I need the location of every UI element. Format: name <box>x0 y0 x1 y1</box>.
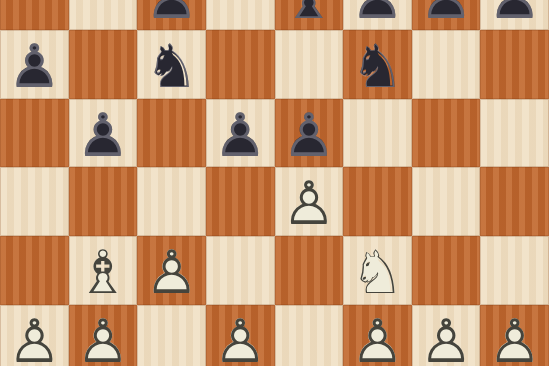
chess-board-viewport: ♟♙♝♗♟♙♟♙♟♙♟♙♞♘♞♘♟♙♟♙♟♙♟♙♝♗♟♙♞♘♟♙♟♙♟♙♟♙♟♙… <box>0 0 549 366</box>
square-g6[interactable] <box>412 30 481 99</box>
square-e3[interactable] <box>275 236 344 305</box>
square-f2[interactable]: ♟♙ <box>343 305 412 366</box>
black-knight-outline-icon: ♘ <box>343 32 412 101</box>
square-d3[interactable] <box>206 236 275 305</box>
square-e6[interactable] <box>275 30 344 99</box>
square-c3[interactable]: ♟♙ <box>137 236 206 305</box>
black-knight-piece[interactable]: ♞♘ <box>137 30 206 99</box>
white-pawn-piece[interactable]: ♟♙ <box>0 305 69 366</box>
black-pawn-outline-icon: ♙ <box>137 0 206 32</box>
white-pawn-piece[interactable]: ♟♙ <box>343 305 412 366</box>
square-e7[interactable]: ♝♗ <box>275 0 344 30</box>
square-c2[interactable] <box>137 305 206 366</box>
square-f6[interactable]: ♞♘ <box>343 30 412 99</box>
square-d2[interactable]: ♟♙ <box>206 305 275 366</box>
square-a4[interactable] <box>0 167 69 236</box>
square-h4[interactable] <box>480 167 549 236</box>
square-g5[interactable] <box>412 99 481 168</box>
black-knight-piece[interactable]: ♞♘ <box>343 30 412 99</box>
white-pawn-outline-icon: ♙ <box>0 307 69 366</box>
square-c4[interactable] <box>137 167 206 236</box>
white-pawn-outline-icon: ♙ <box>480 307 549 366</box>
square-f5[interactable] <box>343 99 412 168</box>
black-pawn-outline-icon: ♙ <box>343 0 412 32</box>
black-pawn-piece[interactable]: ♟♙ <box>412 0 481 30</box>
square-h2[interactable]: ♟♙ <box>480 305 549 366</box>
square-e4[interactable]: ♟♙ <box>275 167 344 236</box>
black-bishop-piece[interactable]: ♝♗ <box>275 0 344 30</box>
white-bishop-outline-icon: ♗ <box>69 238 138 307</box>
white-knight-piece[interactable]: ♞♘ <box>343 236 412 305</box>
white-bishop-piece[interactable]: ♝♗ <box>69 236 138 305</box>
square-b2[interactable]: ♟♙ <box>69 305 138 366</box>
square-f3[interactable]: ♞♘ <box>343 236 412 305</box>
black-pawn-piece[interactable]: ♟♙ <box>275 99 344 168</box>
square-b5[interactable]: ♟♙ <box>69 99 138 168</box>
black-pawn-piece[interactable]: ♟♙ <box>480 0 549 30</box>
square-a5[interactable] <box>0 99 69 168</box>
square-d7[interactable] <box>206 0 275 30</box>
square-a6[interactable]: ♟♙ <box>0 30 69 99</box>
black-pawn-piece[interactable]: ♟♙ <box>206 99 275 168</box>
black-pawn-outline-icon: ♙ <box>69 101 138 170</box>
square-h3[interactable] <box>480 236 549 305</box>
black-pawn-outline-icon: ♙ <box>275 101 344 170</box>
black-pawn-outline-icon: ♙ <box>412 0 481 32</box>
square-c6[interactable]: ♞♘ <box>137 30 206 99</box>
black-pawn-piece[interactable]: ♟♙ <box>0 30 69 99</box>
white-pawn-piece[interactable]: ♟♙ <box>69 305 138 366</box>
white-pawn-outline-icon: ♙ <box>206 307 275 366</box>
square-g2[interactable]: ♟♙ <box>412 305 481 366</box>
white-pawn-piece[interactable]: ♟♙ <box>275 167 344 236</box>
square-g7[interactable]: ♟♙ <box>412 0 481 30</box>
square-f4[interactable] <box>343 167 412 236</box>
white-knight-outline-icon: ♘ <box>343 238 412 307</box>
square-d4[interactable] <box>206 167 275 236</box>
square-f7[interactable]: ♟♙ <box>343 0 412 30</box>
black-pawn-piece[interactable]: ♟♙ <box>137 0 206 30</box>
white-pawn-outline-icon: ♙ <box>69 307 138 366</box>
square-b3[interactable]: ♝♗ <box>69 236 138 305</box>
black-pawn-outline-icon: ♙ <box>480 0 549 32</box>
black-pawn-outline-icon: ♙ <box>206 101 275 170</box>
square-h7[interactable]: ♟♙ <box>480 0 549 30</box>
white-pawn-piece[interactable]: ♟♙ <box>412 305 481 366</box>
square-d6[interactable] <box>206 30 275 99</box>
black-bishop-outline-icon: ♗ <box>275 0 344 32</box>
square-d5[interactable]: ♟♙ <box>206 99 275 168</box>
square-b4[interactable] <box>69 167 138 236</box>
white-pawn-piece[interactable]: ♟♙ <box>137 236 206 305</box>
white-pawn-piece[interactable]: ♟♙ <box>206 305 275 366</box>
black-pawn-piece[interactable]: ♟♙ <box>343 0 412 30</box>
square-g3[interactable] <box>412 236 481 305</box>
square-c5[interactable] <box>137 99 206 168</box>
square-e2[interactable] <box>275 305 344 366</box>
chess-board: ♟♙♝♗♟♙♟♙♟♙♟♙♞♘♞♘♟♙♟♙♟♙♟♙♝♗♟♙♞♘♟♙♟♙♟♙♟♙♟♙… <box>0 0 549 366</box>
square-h5[interactable] <box>480 99 549 168</box>
square-h6[interactable] <box>480 30 549 99</box>
white-pawn-outline-icon: ♙ <box>137 238 206 307</box>
white-pawn-piece[interactable]: ♟♙ <box>480 305 549 366</box>
square-c7[interactable]: ♟♙ <box>137 0 206 30</box>
black-pawn-outline-icon: ♙ <box>0 32 69 101</box>
black-pawn-piece[interactable]: ♟♙ <box>69 99 138 168</box>
white-pawn-outline-icon: ♙ <box>275 169 344 238</box>
square-b7[interactable] <box>69 0 138 30</box>
black-knight-outline-icon: ♘ <box>137 32 206 101</box>
square-a3[interactable] <box>0 236 69 305</box>
square-a7[interactable] <box>0 0 69 30</box>
square-a2[interactable]: ♟♙ <box>0 305 69 366</box>
white-pawn-outline-icon: ♙ <box>343 307 412 366</box>
square-g4[interactable] <box>412 167 481 236</box>
white-pawn-outline-icon: ♙ <box>412 307 481 366</box>
square-b6[interactable] <box>69 30 138 99</box>
square-e5[interactable]: ♟♙ <box>275 99 344 168</box>
